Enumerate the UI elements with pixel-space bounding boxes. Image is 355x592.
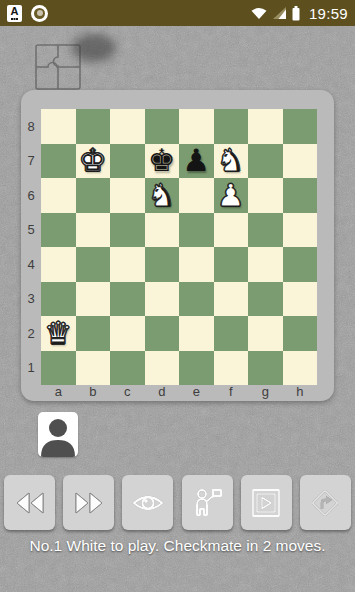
square-c2[interactable]	[110, 316, 145, 351]
square-c1[interactable]	[110, 351, 145, 386]
square-f3[interactable]	[214, 282, 249, 317]
square-b3[interactable]	[76, 282, 111, 317]
file-label-g: g	[248, 385, 283, 400]
turn-right-sign-icon	[307, 485, 343, 521]
square-a8[interactable]	[41, 109, 76, 144]
square-f1[interactable]	[214, 351, 249, 386]
record-circle-mid	[34, 8, 45, 19]
square-g4[interactable]	[248, 247, 283, 282]
black-piece-d7: ♚	[148, 145, 176, 176]
square-g5[interactable]	[248, 213, 283, 248]
cell-signal-icon	[272, 6, 287, 20]
player-avatar[interactable]	[38, 412, 78, 457]
rank-label-6: 6	[21, 178, 41, 213]
square-f5[interactable]	[214, 213, 249, 248]
file-label-e: e	[179, 385, 214, 400]
square-d7[interactable]: ♚	[145, 144, 180, 179]
square-d4[interactable]	[145, 247, 180, 282]
rank-label-2: 2	[21, 316, 41, 351]
square-b4[interactable]	[76, 247, 111, 282]
square-a3[interactable]	[41, 282, 76, 317]
square-c8[interactable]	[110, 109, 145, 144]
square-f4[interactable]	[214, 247, 249, 282]
rank-label-3: 3	[21, 282, 41, 317]
status-bar-right: 19:59	[250, 5, 348, 22]
file-label-a: a	[41, 385, 76, 400]
square-c7[interactable]	[110, 144, 145, 179]
square-h3[interactable]	[283, 282, 318, 317]
square-h7[interactable]	[283, 144, 318, 179]
square-d5[interactable]	[145, 213, 180, 248]
controls-bar	[0, 475, 355, 530]
square-a7[interactable]	[41, 144, 76, 179]
play-boxed-icon	[248, 485, 284, 521]
record-circle-core	[37, 10, 43, 16]
square-g2[interactable]	[248, 316, 283, 351]
board-squares: ♚♚♟♞♞♟♛	[41, 109, 317, 385]
square-b2[interactable]	[76, 316, 111, 351]
battery-icon	[291, 5, 301, 22]
square-a1[interactable]	[41, 351, 76, 386]
rank-label-5: 5	[21, 213, 41, 248]
square-d8[interactable]	[145, 109, 180, 144]
next-puzzle-button[interactable]	[300, 475, 351, 530]
square-f7[interactable]: ♞	[214, 144, 249, 179]
square-g3[interactable]	[248, 282, 283, 317]
referee-button[interactable]	[182, 475, 233, 530]
square-h4[interactable]	[283, 247, 318, 282]
chess-board: 87654321 ♚♚♟♞♞♟♛ abcdefgh	[21, 90, 334, 401]
white-piece-f7: ♞	[217, 145, 245, 176]
square-d1[interactable]	[145, 351, 180, 386]
fast-forward-icon	[71, 485, 107, 521]
square-d2[interactable]	[145, 316, 180, 351]
square-g1[interactable]	[248, 351, 283, 386]
white-piece-f6: ♟	[217, 180, 245, 211]
square-c6[interactable]	[110, 178, 145, 213]
square-e1[interactable]	[179, 351, 214, 386]
square-d3[interactable]	[145, 282, 180, 317]
square-h8[interactable]	[283, 109, 318, 144]
square-d6[interactable]: ♞	[145, 178, 180, 213]
square-c4[interactable]	[110, 247, 145, 282]
record-circle-icon	[31, 5, 48, 22]
eye-icon	[130, 485, 166, 521]
square-f8[interactable]	[214, 109, 249, 144]
rank-label-7: 7	[21, 144, 41, 179]
puzzle-caption: No.1 White to play. Checkmate in 2 moves…	[0, 537, 355, 555]
rank-label-4: 4	[21, 247, 41, 282]
square-e8[interactable]	[179, 109, 214, 144]
square-e4[interactable]	[179, 247, 214, 282]
black-piece-e7: ♟	[182, 145, 210, 176]
white-piece-d6: ♞	[148, 180, 176, 211]
square-e6[interactable]	[179, 178, 214, 213]
referee-flag-icon	[189, 485, 225, 521]
white-piece-a2: ♛	[44, 318, 72, 349]
square-e5[interactable]	[179, 213, 214, 248]
rewind-icon	[12, 485, 48, 521]
file-label-d: d	[145, 385, 180, 400]
person-silhouette-icon	[38, 412, 78, 457]
square-g8[interactable]	[248, 109, 283, 144]
square-b7[interactable]: ♚	[76, 144, 111, 179]
square-e2[interactable]	[179, 316, 214, 351]
clock: 19:59	[309, 5, 348, 22]
square-b8[interactable]	[76, 109, 111, 144]
square-h6[interactable]	[283, 178, 318, 213]
file-label-h: h	[283, 385, 318, 400]
square-e3[interactable]	[179, 282, 214, 317]
rank-label-1: 1	[21, 351, 41, 386]
show-solution-button[interactable]	[122, 475, 173, 530]
square-f2[interactable]	[214, 316, 249, 351]
status-bar-left: A	[7, 5, 48, 22]
square-a2[interactable]: ♛	[41, 316, 76, 351]
file-label-f: f	[214, 385, 249, 400]
file-labels: abcdefgh	[41, 385, 317, 400]
white-piece-b7: ♚	[79, 145, 107, 176]
square-b1[interactable]	[76, 351, 111, 386]
file-label-b: b	[76, 385, 111, 400]
file-label-c: c	[110, 385, 145, 400]
square-c3[interactable]	[110, 282, 145, 317]
keyboard-dots	[11, 18, 13, 20]
square-h1[interactable]	[283, 351, 318, 386]
square-h2[interactable]	[283, 316, 318, 351]
square-e7[interactable]: ♟	[179, 144, 214, 179]
wifi-icon	[250, 6, 268, 20]
status-bar: A 19:59	[0, 0, 355, 26]
square-g6[interactable]	[248, 178, 283, 213]
square-c5[interactable]	[110, 213, 145, 248]
square-f6[interactable]: ♟	[214, 178, 249, 213]
square-h5[interactable]	[283, 213, 318, 248]
keyboard-language-icon: A	[7, 5, 22, 22]
square-a4[interactable]	[41, 247, 76, 282]
square-a5[interactable]	[41, 213, 76, 248]
square-g7[interactable]	[248, 144, 283, 179]
square-b6[interactable]	[76, 178, 111, 213]
square-a6[interactable]	[41, 178, 76, 213]
puzzle-watermark-icon	[33, 42, 83, 92]
square-b5[interactable]	[76, 213, 111, 248]
rewind-button[interactable]	[4, 475, 55, 530]
rank-label-8: 8	[21, 109, 41, 144]
autoplay-button[interactable]	[241, 475, 292, 530]
fast-forward-button[interactable]	[63, 475, 114, 530]
rank-labels: 87654321	[21, 109, 41, 385]
screen: A 19:59	[0, 0, 355, 592]
